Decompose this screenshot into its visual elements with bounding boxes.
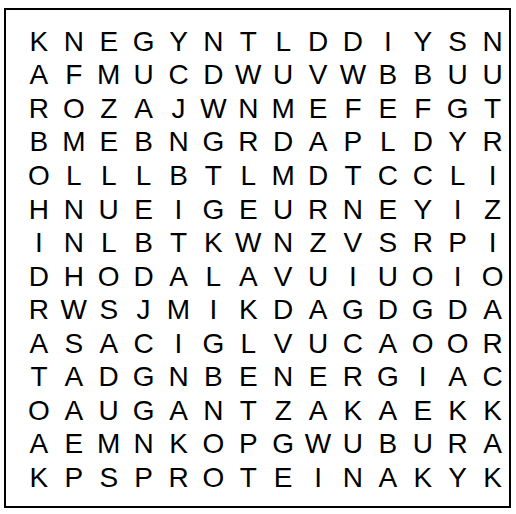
grid-cell[interactable]: M (266, 159, 301, 193)
grid-cell[interactable]: P (336, 126, 371, 160)
grid-cell[interactable]: P (440, 226, 475, 260)
grid-cell[interactable]: I (475, 226, 510, 260)
grid-cell[interactable]: D (370, 293, 405, 327)
grid-cell[interactable]: I (370, 25, 405, 59)
grid-cell[interactable]: N (161, 360, 196, 394)
grid-cell[interactable]: B (22, 126, 57, 160)
grid-cell[interactable]: A (22, 428, 57, 462)
grid-cell[interactable]: T (196, 159, 231, 193)
grid-cell[interactable]: L (266, 25, 301, 59)
grid-cell[interactable]: R (301, 193, 336, 227)
grid-cell[interactable]: W (336, 59, 371, 93)
grid-cell[interactable]: O (22, 394, 57, 428)
grid-cell[interactable]: D (440, 293, 475, 327)
grid-cell[interactable]: T (336, 159, 371, 193)
grid-cell[interactable]: K (336, 394, 371, 428)
grid-cell[interactable]: N (475, 25, 510, 59)
grid-cell[interactable]: G (440, 92, 475, 126)
grid-cell[interactable]: W (301, 428, 336, 462)
grid-cell[interactable]: S (440, 25, 475, 59)
grid-cell[interactable]: A (161, 394, 196, 428)
grid-cell[interactable]: I (475, 159, 510, 193)
grid-cell[interactable]: O (22, 159, 57, 193)
grid-cell[interactable]: N (336, 461, 371, 495)
grid-cell[interactable]: R (22, 293, 57, 327)
grid-cell[interactable]: C (370, 159, 405, 193)
grid-cell[interactable]: G (266, 428, 301, 462)
grid-cell[interactable]: H (56, 260, 91, 294)
grid-cell[interactable]: E (405, 394, 440, 428)
grid-cell[interactable]: O (196, 461, 231, 495)
grid-cell[interactable]: Y (405, 25, 440, 59)
grid-cell[interactable]: E (231, 193, 266, 227)
grid-cell[interactable]: U (266, 59, 301, 93)
grid-cell[interactable]: W (56, 293, 91, 327)
grid-cell[interactable]: T (231, 25, 266, 59)
grid-cell[interactable]: A (22, 59, 57, 93)
grid-cell[interactable]: R (22, 92, 57, 126)
grid-cell[interactable]: L (91, 226, 126, 260)
grid-cell[interactable]: I (405, 360, 440, 394)
grid-cell[interactable]: G (196, 327, 231, 361)
grid-cell[interactable]: N (266, 360, 301, 394)
grid-cell[interactable]: B (370, 59, 405, 93)
grid-cell[interactable]: C (336, 327, 371, 361)
grid-cell[interactable]: T (231, 461, 266, 495)
grid-cell[interactable]: E (126, 193, 161, 227)
grid-cell[interactable]: L (126, 159, 161, 193)
grid-cell[interactable]: G (405, 293, 440, 327)
grid-cell[interactable]: J (161, 92, 196, 126)
grid-cell[interactable]: S (91, 293, 126, 327)
grid-cell[interactable]: O (405, 260, 440, 294)
grid-cell[interactable]: I (440, 260, 475, 294)
grid-cell[interactable]: W (196, 92, 231, 126)
grid-cell[interactable]: B (405, 59, 440, 93)
grid-cell[interactable]: N (126, 428, 161, 462)
grid-cell[interactable]: U (370, 260, 405, 294)
grid-cell[interactable]: E (91, 126, 126, 160)
grid-cell[interactable]: R (336, 360, 371, 394)
grid-cell[interactable]: O (196, 428, 231, 462)
grid-cell[interactable]: N (56, 226, 91, 260)
grid-cell[interactable]: A (22, 327, 57, 361)
grid-cell[interactable]: K (22, 25, 57, 59)
grid-cell[interactable]: R (405, 226, 440, 260)
grid-cell[interactable]: L (440, 159, 475, 193)
grid-cell[interactable]: Y (440, 126, 475, 160)
grid-cell[interactable]: U (91, 394, 126, 428)
grid-cell[interactable]: N (336, 193, 371, 227)
letter-grid: KNEGYNTLDDIYSNAFMUCDWUVWBBUUROZAJWNMEFEF… (6, 10, 509, 495)
grid-cell[interactable]: D (266, 126, 301, 160)
grid-cell[interactable]: L (370, 126, 405, 160)
grid-cell[interactable]: E (56, 428, 91, 462)
grid-cell[interactable]: A (231, 260, 266, 294)
grid-cell[interactable]: M (266, 92, 301, 126)
grid-cell[interactable]: Z (301, 226, 336, 260)
grid-cell[interactable]: D (336, 25, 371, 59)
grid-cell[interactable]: E (301, 360, 336, 394)
grid-cell[interactable]: U (301, 260, 336, 294)
grid-cell[interactable]: D (22, 260, 57, 294)
grid-cell[interactable]: D (126, 260, 161, 294)
grid-cell[interactable]: N (161, 126, 196, 160)
grid-cell[interactable]: L (196, 260, 231, 294)
grid-cell[interactable]: A (161, 260, 196, 294)
grid-cell[interactable]: Y (440, 461, 475, 495)
grid-cell[interactable]: K (22, 461, 57, 495)
grid-cell[interactable]: N (56, 25, 91, 59)
grid-cell[interactable]: A (126, 92, 161, 126)
grid-cell[interactable]: Y (405, 193, 440, 227)
grid-cell[interactable]: K (475, 394, 510, 428)
grid-cell[interactable]: A (440, 360, 475, 394)
grid-cell[interactable]: O (475, 260, 510, 294)
grid-cell[interactable]: E (266, 461, 301, 495)
grid-cell[interactable]: O (91, 260, 126, 294)
grid-cell[interactable]: W (231, 59, 266, 93)
grid-cell[interactable]: A (475, 428, 510, 462)
grid-cell[interactable]: A (301, 394, 336, 428)
grid-cell[interactable]: G (126, 394, 161, 428)
grid-cell[interactable]: E (370, 92, 405, 126)
grid-cell[interactable]: D (301, 25, 336, 59)
grid-cell[interactable]: E (231, 360, 266, 394)
grid-cell[interactable]: I (336, 260, 371, 294)
grid-cell[interactable]: N (56, 193, 91, 227)
grid-cell[interactable]: V (266, 260, 301, 294)
grid-cell[interactable]: U (405, 428, 440, 462)
grid-cell[interactable]: K (196, 226, 231, 260)
grid-cell[interactable]: N (231, 92, 266, 126)
grid-cell[interactable]: U (126, 59, 161, 93)
grid-cell[interactable]: L (56, 159, 91, 193)
grid-cell[interactable]: E (370, 193, 405, 227)
grid-cell[interactable]: K (405, 461, 440, 495)
grid-cell[interactable]: V (336, 226, 371, 260)
grid-cell[interactable]: K (475, 461, 510, 495)
grid-cell[interactable]: N (196, 25, 231, 59)
grid-cell[interactable]: I (161, 327, 196, 361)
grid-cell[interactable]: D (91, 360, 126, 394)
grid-cell[interactable]: G (126, 360, 161, 394)
grid-cell[interactable]: S (91, 461, 126, 495)
grid-cell[interactable]: A (91, 327, 126, 361)
grid-cell[interactable]: T (475, 92, 510, 126)
grid-cell[interactable]: G (196, 126, 231, 160)
grid-cell[interactable]: R (231, 126, 266, 160)
grid-cell[interactable]: E (301, 92, 336, 126)
grid-cell[interactable]: Y (161, 25, 196, 59)
grid-cell[interactable]: A (56, 360, 91, 394)
grid-cell[interactable]: D (301, 159, 336, 193)
grid-cell[interactable]: R (161, 461, 196, 495)
grid-cell[interactable]: N (196, 394, 231, 428)
grid-cell[interactable]: J (126, 293, 161, 327)
grid-cell[interactable]: U (475, 59, 510, 93)
grid-cell[interactable]: M (91, 59, 126, 93)
grid-cell[interactable]: A (301, 126, 336, 160)
grid-cell[interactable]: L (231, 159, 266, 193)
grid-cell[interactable]: G (196, 193, 231, 227)
grid-cell[interactable]: U (266, 193, 301, 227)
grid-cell[interactable]: A (370, 394, 405, 428)
grid-cell[interactable]: A (301, 293, 336, 327)
grid-cell[interactable]: N (266, 226, 301, 260)
grid-cell[interactable]: B (126, 126, 161, 160)
grid-cell[interactable]: T (161, 226, 196, 260)
grid-cell[interactable]: G (336, 293, 371, 327)
grid-cell[interactable]: S (56, 327, 91, 361)
grid-cell[interactable]: U (336, 428, 371, 462)
grid-cell[interactable]: U (440, 59, 475, 93)
grid-cell[interactable]: D (196, 59, 231, 93)
grid-cell[interactable]: C (475, 360, 510, 394)
grid-cell[interactable]: O (405, 327, 440, 361)
grid-cell[interactable]: Z (91, 92, 126, 126)
grid-cell[interactable]: Z (475, 193, 510, 227)
grid-cell[interactable]: M (56, 126, 91, 160)
grid-cell[interactable]: I (440, 193, 475, 227)
grid-cell[interactable]: F (405, 92, 440, 126)
grid-cell[interactable]: W (231, 226, 266, 260)
grid-cell[interactable]: V (301, 59, 336, 93)
grid-cell[interactable]: S (370, 226, 405, 260)
grid-cell[interactable]: I (301, 461, 336, 495)
grid-cell[interactable]: K (161, 428, 196, 462)
grid-cell[interactable]: H (22, 193, 57, 227)
grid-cell[interactable]: I (161, 193, 196, 227)
grid-cell[interactable]: C (126, 327, 161, 361)
grid-cell[interactable]: T (22, 360, 57, 394)
grid-cell[interactable]: I (196, 293, 231, 327)
grid-cell[interactable]: F (56, 59, 91, 93)
grid-cell[interactable]: G (370, 360, 405, 394)
grid-cell[interactable]: E (91, 25, 126, 59)
grid-cell[interactable]: B (161, 159, 196, 193)
grid-cell[interactable]: C (161, 59, 196, 93)
grid-cell[interactable]: P (126, 461, 161, 495)
grid-cell[interactable]: G (126, 25, 161, 59)
grid-cell[interactable]: B (196, 360, 231, 394)
grid-cell[interactable]: I (22, 226, 57, 260)
grid-cell[interactable]: A (370, 327, 405, 361)
grid-cell[interactable]: O (440, 327, 475, 361)
grid-cell[interactable]: L (231, 327, 266, 361)
grid-cell[interactable]: A (56, 394, 91, 428)
grid-cell[interactable]: C (405, 159, 440, 193)
grid-cell[interactable]: V (266, 327, 301, 361)
grid-cell[interactable]: M (91, 428, 126, 462)
grid-cell[interactable]: M (161, 293, 196, 327)
grid-cell[interactable]: D (266, 293, 301, 327)
grid-cell[interactable]: R (475, 126, 510, 160)
grid-cell[interactable]: D (405, 126, 440, 160)
grid-cell[interactable]: U (91, 193, 126, 227)
grid-cell[interactable]: O (56, 92, 91, 126)
grid-cell[interactable]: A (370, 461, 405, 495)
grid-cell[interactable]: R (440, 428, 475, 462)
grid-cell[interactable]: L (91, 159, 126, 193)
grid-cell[interactable]: Z (266, 394, 301, 428)
grid-cell[interactable]: P (231, 428, 266, 462)
grid-cell[interactable]: T (231, 394, 266, 428)
grid-cell[interactable]: U (301, 327, 336, 361)
grid-cell[interactable]: K (231, 293, 266, 327)
grid-cell[interactable]: F (336, 92, 371, 126)
grid-cell[interactable]: A (475, 293, 510, 327)
word-search-board: KNEGYNTLDDIYSNAFMUCDWUVWBBUUROZAJWNMEFEF… (4, 8, 511, 508)
grid-cell[interactable]: B (126, 226, 161, 260)
grid-cell[interactable]: B (370, 428, 405, 462)
grid-cell[interactable]: R (475, 327, 510, 361)
grid-cell[interactable]: K (440, 394, 475, 428)
grid-cell[interactable]: P (56, 461, 91, 495)
